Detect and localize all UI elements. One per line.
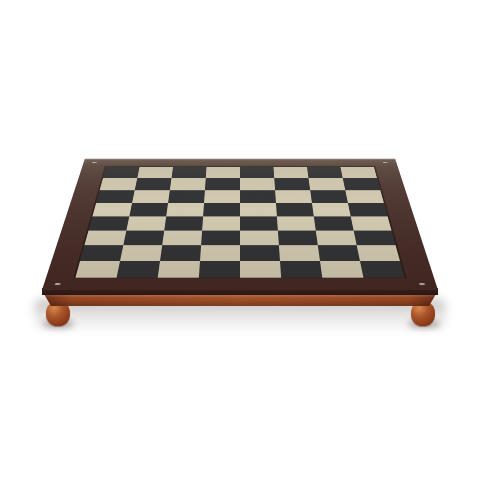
board-cell [84, 231, 126, 246]
board-cell [120, 245, 162, 261]
board-cell [200, 245, 240, 261]
board-cell [307, 167, 343, 179]
board-cell [277, 216, 316, 230]
board-cell [203, 203, 240, 216]
board-apron [44, 294, 436, 306]
chessboard [42, 159, 438, 290]
board-cell [168, 190, 205, 203]
board-cell [316, 231, 357, 246]
board-cell [360, 261, 405, 278]
board-cell [312, 203, 351, 216]
board-cell [310, 190, 348, 203]
corner-screw-bottom-left-icon [54, 283, 61, 285]
board-cell [123, 231, 164, 246]
board-cell [126, 216, 166, 230]
board-cell [75, 261, 120, 278]
board-cell [279, 245, 320, 261]
board-cell [240, 231, 279, 246]
board-cell [320, 261, 363, 278]
board-cell [199, 261, 240, 278]
board-cell [280, 261, 322, 278]
board-cell [240, 245, 280, 261]
chessboard-grid [75, 167, 404, 278]
board-cell [240, 216, 278, 230]
board-cell [117, 261, 160, 278]
board-cell [273, 167, 308, 179]
board-cell [135, 178, 172, 190]
board-cell [357, 245, 400, 261]
product-photo [0, 0, 480, 480]
board-cell [202, 216, 240, 230]
board-cell [318, 245, 360, 261]
board-cell [171, 167, 206, 179]
corner-screw-top-right-icon [383, 162, 388, 164]
board-cell [240, 178, 275, 190]
board-cell [103, 167, 140, 179]
board-cell [129, 203, 168, 216]
corner-screw-top-left-icon [92, 162, 97, 164]
board-cell [92, 203, 132, 216]
board-cell [240, 261, 281, 278]
board-cell [132, 190, 170, 203]
board-cell [276, 203, 314, 216]
board-cell [340, 167, 377, 179]
board-cell [162, 231, 202, 246]
board-cell [206, 167, 240, 179]
board-cell [204, 190, 240, 203]
board-cell [80, 245, 123, 261]
board-cell [351, 216, 392, 230]
board-cell [88, 216, 129, 230]
board-cell [240, 203, 277, 216]
board-cell [240, 167, 274, 179]
board-cell [205, 178, 240, 190]
board-cell [343, 178, 381, 190]
board-cell [240, 190, 276, 203]
board-cell [166, 203, 204, 216]
board-cell [160, 245, 201, 261]
board-cell [309, 178, 346, 190]
board-cell [100, 178, 138, 190]
board-cell [274, 178, 310, 190]
corner-screw-bottom-right-icon [419, 283, 426, 285]
board-cell [314, 216, 354, 230]
board-cell [348, 203, 388, 216]
board-cell [158, 261, 200, 278]
board-cell [345, 190, 384, 203]
board-cell [278, 231, 318, 246]
board-cell [164, 216, 203, 230]
board-cell [201, 231, 240, 246]
board-cell [170, 178, 206, 190]
board-cell [275, 190, 312, 203]
board-cell [354, 231, 396, 246]
board-cell [96, 190, 135, 203]
board-cell [137, 167, 173, 179]
